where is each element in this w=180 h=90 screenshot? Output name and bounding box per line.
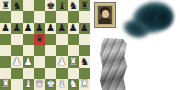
piece-black-queen[interactable]: ♛ — [35, 34, 44, 44]
square-h4[interactable] — [79, 45, 90, 56]
portrait-torso — [99, 18, 111, 24]
square-g6[interactable]: ♟ — [68, 23, 79, 34]
square-f7[interactable] — [56, 11, 67, 22]
piece-black-bishop[interactable]: ♝ — [57, 1, 66, 11]
square-c3[interactable]: ♟ — [23, 56, 34, 67]
piece-white-bishop[interactable]: ♝ — [24, 79, 33, 89]
square-b1[interactable] — [11, 79, 22, 90]
piece-white-rook[interactable]: ♜ — [69, 57, 78, 67]
portrait-face — [102, 10, 109, 18]
square-g1[interactable]: ♞ — [68, 79, 79, 90]
piece-black-pawn[interactable]: ♟ — [46, 23, 55, 33]
square-e5[interactable] — [45, 34, 56, 45]
square-b8[interactable]: ♞ — [11, 0, 22, 11]
square-g5[interactable] — [68, 34, 79, 45]
square-d1[interactable]: ♛ — [34, 79, 45, 90]
piece-black-pawn[interactable]: ♟ — [57, 23, 66, 33]
piece-black-pawn[interactable]: ♟ — [24, 23, 33, 33]
piece-black-rook[interactable]: ♜ — [1, 1, 10, 11]
square-f4[interactable] — [56, 45, 67, 56]
smoke-dense-patch — [151, 5, 175, 31]
piece-black-pawn[interactable]: ♟ — [69, 23, 78, 33]
piece-black-king[interactable]: ♚ — [46, 1, 55, 11]
square-b3[interactable]: ♟ — [11, 56, 22, 67]
piece-black-pawn[interactable]: ♟ — [80, 23, 89, 33]
square-a1[interactable]: ♜ — [0, 79, 11, 90]
square-d3[interactable] — [34, 56, 45, 67]
square-f1[interactable]: ♝ — [56, 79, 67, 90]
dark-smoke-blob-icon — [121, 0, 180, 44]
square-e1[interactable]: ♚ — [45, 79, 56, 90]
square-b4[interactable] — [11, 45, 22, 56]
square-e6[interactable]: ♟ — [45, 23, 56, 34]
piece-black-knight[interactable]: ♞ — [12, 1, 21, 11]
square-c1[interactable]: ♝ — [23, 79, 34, 90]
piece-black-rook[interactable]: ♜ — [80, 1, 89, 11]
square-b2[interactable] — [11, 68, 22, 79]
square-e8[interactable]: ♚ — [45, 0, 56, 11]
square-d7[interactable] — [34, 11, 45, 22]
piece-white-rook[interactable]: ♜ — [80, 79, 89, 89]
square-b5[interactable] — [11, 34, 22, 45]
piece-white-pawn[interactable]: ♟ — [24, 57, 33, 67]
square-h5[interactable] — [79, 34, 90, 45]
square-h8[interactable]: ♜ — [79, 0, 90, 11]
square-g3[interactable]: ♜ — [68, 56, 79, 67]
square-c4[interactable] — [23, 45, 34, 56]
square-a4[interactable] — [0, 45, 11, 56]
square-f8[interactable]: ♝ — [56, 0, 67, 11]
square-b7[interactable] — [11, 11, 22, 22]
square-e7[interactable] — [45, 11, 56, 22]
square-a7[interactable] — [0, 11, 11, 22]
piece-black-knight[interactable]: ♞ — [69, 1, 78, 11]
square-d8[interactable] — [34, 0, 45, 11]
piece-white-bishop[interactable]: ♝ — [57, 79, 66, 89]
piece-black-pawn[interactable]: ♟ — [12, 23, 21, 33]
square-g4[interactable] — [68, 45, 79, 56]
screenshot-canvas: ♜♞♚♝♞♜♟♟♟♟♟♟♟♟♛♟♟♟♜♞♜♝♛♚♝♞♜ — [0, 0, 180, 90]
square-d4[interactable] — [34, 45, 45, 56]
framed-portrait-icon — [94, 2, 116, 28]
square-g7[interactable] — [68, 11, 79, 22]
square-a5[interactable] — [0, 34, 11, 45]
stone-texture-icon — [100, 38, 127, 90]
square-c7[interactable] — [23, 11, 34, 22]
piece-white-pawn[interactable]: ♟ — [12, 57, 21, 67]
piece-black-pawn[interactable]: ♟ — [35, 23, 44, 33]
square-a8[interactable]: ♜ — [0, 0, 11, 11]
piece-white-pawn[interactable]: ♟ — [57, 57, 66, 67]
piece-white-knight[interactable]: ♞ — [69, 79, 78, 89]
stone-texture-overlay — [100, 38, 127, 90]
square-e3[interactable] — [45, 56, 56, 67]
square-g8[interactable]: ♞ — [68, 0, 79, 11]
square-h7[interactable] — [79, 11, 90, 22]
piece-white-queen[interactable]: ♛ — [35, 79, 44, 89]
square-c5[interactable] — [23, 34, 34, 45]
square-d5[interactable]: ♛ — [34, 34, 45, 45]
square-a3[interactable] — [0, 56, 11, 67]
square-f5[interactable] — [56, 34, 67, 45]
square-b6[interactable]: ♟ — [11, 23, 22, 34]
square-f6[interactable]: ♟ — [56, 23, 67, 34]
square-a6[interactable]: ♟ — [0, 23, 11, 34]
square-h1[interactable]: ♜ — [79, 79, 90, 90]
piece-white-rook[interactable]: ♜ — [1, 79, 10, 89]
square-h6[interactable]: ♟ — [79, 23, 90, 34]
square-f3[interactable]: ♟ — [56, 56, 67, 67]
square-e4[interactable] — [45, 45, 56, 56]
piece-black-knight[interactable]: ♞ — [80, 57, 89, 67]
square-c6[interactable]: ♟ — [23, 23, 34, 34]
chess-board[interactable]: ♜♞♚♝♞♜♟♟♟♟♟♟♟♟♛♟♟♟♜♞♜♝♛♚♝♞♜ — [0, 0, 90, 90]
square-h3[interactable]: ♞ — [79, 56, 90, 67]
piece-black-pawn[interactable]: ♟ — [1, 23, 10, 33]
piece-white-king[interactable]: ♚ — [46, 79, 55, 89]
square-c8[interactable] — [23, 0, 34, 11]
